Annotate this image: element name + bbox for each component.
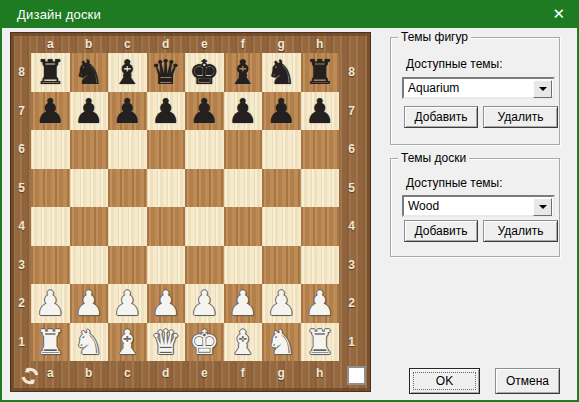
piece-themes-available-label: Доступные темы: [406, 57, 503, 71]
square-d3 [147, 246, 186, 285]
rank-label-4: 4 [340, 207, 363, 246]
square-b5 [70, 169, 109, 208]
file-label-a: a [31, 34, 70, 53]
square-c2: ♟ [108, 284, 147, 323]
piece-theme-add-button[interactable]: Добавить [404, 106, 478, 128]
rank-label-7: 7 [340, 92, 363, 131]
board-theme-add-button[interactable]: Добавить [404, 220, 478, 242]
square-h8: ♜ [301, 53, 340, 92]
square-a8: ♜ [31, 53, 70, 92]
file-label-f: f [224, 363, 263, 382]
piece-white-king: ♚ [189, 323, 219, 361]
square-g4 [262, 207, 301, 246]
piece-black-pawn: ♟ [112, 92, 142, 130]
piece-black-rook: ♜ [305, 53, 335, 91]
square-a2: ♟ [31, 284, 70, 323]
piece-black-pawn: ♟ [305, 92, 335, 130]
square-e1: ♚ [185, 323, 224, 362]
square-h2: ♟ [301, 284, 340, 323]
square-c8: ♝ [108, 53, 147, 92]
board-theme-selected-value: Wood [408, 197, 439, 215]
square-d1: ♛ [147, 323, 186, 362]
piece-theme-select[interactable]: Aquarium [402, 77, 555, 99]
rank-label-6: 6 [340, 130, 363, 169]
piece-white-knight: ♞ [266, 323, 296, 361]
square-a3 [31, 246, 70, 285]
piece-white-bishop: ♝ [228, 323, 258, 361]
square-f2: ♟ [224, 284, 263, 323]
square-f3 [224, 246, 263, 285]
square-h7: ♟ [301, 92, 340, 131]
square-e6 [185, 130, 224, 169]
square-a1: ♜ [31, 323, 70, 362]
square-f5 [224, 169, 263, 208]
piece-black-queen: ♛ [151, 53, 181, 91]
file-label-d: d [147, 34, 186, 53]
square-h6 [301, 130, 340, 169]
rank-labels-left: 87654321 [12, 53, 31, 361]
board-themes-group: Темы доски Доступные темы: Wood Добавить… [390, 158, 560, 257]
piece-black-pawn: ♟ [74, 92, 104, 130]
piece-white-pawn: ♟ [266, 284, 296, 322]
square-g1: ♞ [262, 323, 301, 362]
square-h4 [301, 207, 340, 246]
piece-black-knight: ♞ [74, 53, 104, 91]
board-theme-remove-button[interactable]: Удалить [483, 220, 558, 242]
piece-themes-group-title: Темы фигур [398, 30, 471, 44]
piece-white-pawn: ♟ [151, 284, 181, 322]
square-a6 [31, 130, 70, 169]
square-c6 [108, 130, 147, 169]
piece-white-queen: ♛ [151, 323, 181, 361]
square-c7: ♟ [108, 92, 147, 131]
close-icon[interactable]: ✕ [552, 0, 565, 28]
chevron-down-icon[interactable] [533, 198, 552, 216]
square-d6 [147, 130, 186, 169]
square-h1: ♜ [301, 323, 340, 362]
square-f4 [224, 207, 263, 246]
rank-label-8: 8 [12, 53, 31, 92]
piece-white-pawn: ♟ [189, 284, 219, 322]
rank-label-5: 5 [340, 169, 363, 208]
square-g7: ♟ [262, 92, 301, 131]
board-grid: ♜♞♝♛♚♝♞♜♟♟♟♟♟♟♟♟♟♟♟♟♟♟♟♟♜♞♝♛♚♝♞♜ [31, 53, 339, 361]
piece-white-pawn: ♟ [305, 284, 335, 322]
board-themes-group-title: Темы доски [398, 151, 469, 165]
piece-white-rook: ♜ [35, 323, 65, 361]
square-g6 [262, 130, 301, 169]
rank-label-8: 8 [340, 53, 363, 92]
rank-label-7: 7 [12, 92, 31, 131]
piece-white-knight: ♞ [74, 323, 104, 361]
flip-board-icon[interactable] [20, 366, 40, 386]
square-d5 [147, 169, 186, 208]
file-label-g: g [262, 34, 301, 53]
square-b6 [70, 130, 109, 169]
file-label-h: h [301, 363, 340, 382]
square-e5 [185, 169, 224, 208]
file-label-b: b [70, 34, 109, 53]
rank-label-2: 2 [340, 284, 363, 323]
file-label-c: c [108, 34, 147, 53]
file-label-e: e [185, 363, 224, 382]
side-to-move-indicator [347, 366, 366, 385]
file-label-e: e [185, 34, 224, 53]
piece-black-rook: ♜ [35, 53, 65, 91]
square-c4 [108, 207, 147, 246]
square-f1: ♝ [224, 323, 263, 362]
board-themes-available-label: Доступные темы: [406, 176, 503, 190]
square-b4 [70, 207, 109, 246]
rank-label-3: 3 [12, 246, 31, 285]
square-h3 [301, 246, 340, 285]
square-e7: ♟ [185, 92, 224, 131]
titlebar: Дизайн доски ✕ [0, 0, 579, 28]
board-theme-select[interactable]: Wood [402, 195, 555, 217]
rank-label-1: 1 [340, 323, 363, 362]
rank-label-3: 3 [340, 246, 363, 285]
rank-label-1: 1 [12, 323, 31, 362]
window-title: Дизайн доски [0, 7, 101, 22]
piece-theme-remove-button[interactable]: Удалить [483, 106, 558, 128]
square-g8: ♞ [262, 53, 301, 92]
piece-white-pawn: ♟ [228, 284, 258, 322]
square-b2: ♟ [70, 284, 109, 323]
square-e4 [185, 207, 224, 246]
file-label-d: d [147, 363, 186, 382]
file-label-b: b [70, 363, 109, 382]
file-label-f: f [224, 34, 263, 53]
ok-button[interactable]: OK [409, 368, 480, 394]
square-b8: ♞ [70, 53, 109, 92]
square-b3 [70, 246, 109, 285]
piece-white-pawn: ♟ [74, 284, 104, 322]
square-e2: ♟ [185, 284, 224, 323]
file-labels-top: abcdefgh [31, 34, 339, 53]
chevron-down-icon[interactable] [533, 80, 552, 98]
square-d2: ♟ [147, 284, 186, 323]
piece-white-pawn: ♟ [35, 284, 65, 322]
piece-black-pawn: ♟ [228, 92, 258, 130]
piece-white-rook: ♜ [305, 323, 335, 361]
rank-label-4: 4 [12, 207, 31, 246]
board-design-dialog: Дизайн доски ✕ abcdefgh 87654321 8765432… [0, 0, 579, 402]
piece-black-pawn: ♟ [35, 92, 65, 130]
rank-label-5: 5 [12, 169, 31, 208]
square-f6 [224, 130, 263, 169]
square-h5 [301, 169, 340, 208]
rank-label-2: 2 [12, 284, 31, 323]
square-f8: ♝ [224, 53, 263, 92]
square-g2: ♟ [262, 284, 301, 323]
square-e8: ♚ [185, 53, 224, 92]
piece-black-bishop: ♝ [228, 53, 258, 91]
piece-black-king: ♚ [189, 53, 219, 91]
square-a7: ♟ [31, 92, 70, 131]
piece-black-knight: ♞ [266, 53, 296, 91]
square-g3 [262, 246, 301, 285]
piece-theme-selected-value: Aquarium [408, 79, 459, 97]
piece-black-pawn: ♟ [189, 92, 219, 130]
piece-themes-group: Темы фигур Доступные темы: Aquarium Доба… [390, 37, 560, 145]
rank-labels-right: 87654321 [340, 53, 363, 361]
piece-black-pawn: ♟ [266, 92, 296, 130]
square-b7: ♟ [70, 92, 109, 131]
file-labels-bottom: abcdefgh [31, 363, 339, 382]
square-d7: ♟ [147, 92, 186, 131]
piece-black-pawn: ♟ [151, 92, 181, 130]
cancel-button[interactable]: Отмена [495, 368, 560, 394]
file-label-c: c [108, 363, 147, 382]
square-b1: ♞ [70, 323, 109, 362]
square-c1: ♝ [108, 323, 147, 362]
rank-label-6: 6 [12, 130, 31, 169]
square-a4 [31, 207, 70, 246]
square-d8: ♛ [147, 53, 186, 92]
piece-white-bishop: ♝ [112, 323, 142, 361]
square-f7: ♟ [224, 92, 263, 131]
square-g5 [262, 169, 301, 208]
square-a5 [31, 169, 70, 208]
piece-white-pawn: ♟ [112, 284, 142, 322]
square-d4 [147, 207, 186, 246]
chess-board-preview: abcdefgh 87654321 87654321 abcdefgh ♜♞♝♛… [10, 32, 371, 392]
square-e3 [185, 246, 224, 285]
file-label-h: h [301, 34, 340, 53]
piece-black-bishop: ♝ [112, 53, 142, 91]
square-c5 [108, 169, 147, 208]
square-c3 [108, 246, 147, 285]
file-label-g: g [262, 363, 301, 382]
